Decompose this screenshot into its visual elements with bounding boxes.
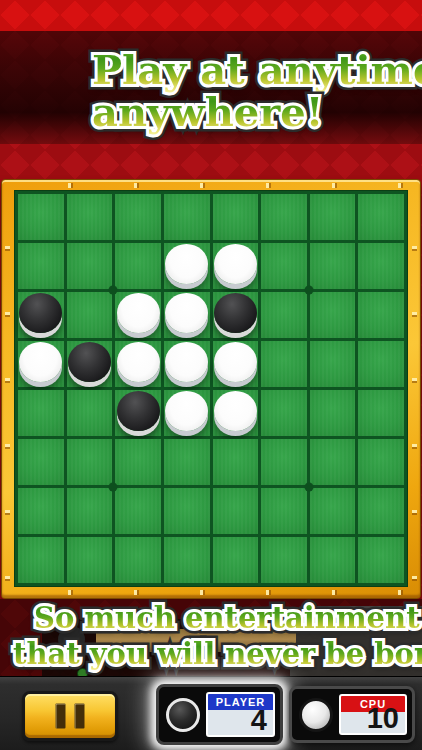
cell-d6[interactable]: [164, 439, 210, 485]
cell-h6[interactable]: [358, 439, 404, 485]
cell-d7[interactable]: [164, 488, 210, 534]
cell-a7[interactable]: [18, 488, 64, 534]
cell-c4[interactable]: [115, 341, 161, 387]
star-point: [109, 285, 118, 294]
board-inner: [14, 190, 408, 587]
board-grid: [15, 191, 407, 586]
cell-b7[interactable]: [67, 488, 113, 534]
cell-g1[interactable]: [310, 194, 356, 240]
cell-b2[interactable]: [67, 243, 113, 289]
cell-c1[interactable]: [115, 194, 161, 240]
white-disc: [165, 391, 208, 431]
promo-line1: So much entertainment So much entertainm…: [34, 601, 420, 635]
cell-c8[interactable]: [115, 537, 161, 583]
cell-g2[interactable]: [310, 243, 356, 289]
pause-button[interactable]: [22, 691, 118, 741]
cell-e6[interactable]: [213, 439, 259, 485]
star-point: [109, 483, 118, 492]
cell-h2[interactable]: [358, 243, 404, 289]
hud-bar: PLAYER 4 CPU 10: [0, 676, 422, 750]
player-score-panel: PLAYER 4: [156, 684, 283, 745]
cell-b6[interactable]: [67, 439, 113, 485]
cell-h8[interactable]: [358, 537, 404, 583]
cell-h5[interactable]: [358, 390, 404, 436]
cpu-value-box: CPU 10: [339, 694, 407, 735]
cell-d8[interactable]: [164, 537, 210, 583]
cell-d4[interactable]: [164, 341, 210, 387]
cell-d5[interactable]: [164, 390, 210, 436]
tagline-line1: Play at anytime Play at anytime Play at …: [92, 46, 422, 93]
black-disc: [214, 293, 257, 333]
cell-f4[interactable]: [261, 341, 307, 387]
top-red-band: [0, 0, 422, 31]
cell-g3[interactable]: [310, 292, 356, 338]
cell-e2[interactable]: [213, 243, 259, 289]
cell-f5[interactable]: [261, 390, 307, 436]
white-disc: [214, 342, 257, 382]
cell-a6[interactable]: [18, 439, 64, 485]
star-point: [305, 483, 314, 492]
cell-d2[interactable]: [164, 243, 210, 289]
cell-f1[interactable]: [261, 194, 307, 240]
black-disc: [19, 293, 62, 333]
black-disc-icon: [166, 698, 200, 732]
cell-b3[interactable]: [67, 292, 113, 338]
cell-c6[interactable]: [115, 439, 161, 485]
promo-line2: that you will never be bored! that you w…: [13, 637, 422, 671]
cell-c3[interactable]: [115, 292, 161, 338]
cell-c7[interactable]: [115, 488, 161, 534]
cell-b5[interactable]: [67, 390, 113, 436]
white-disc: [165, 244, 208, 284]
cell-c2[interactable]: [115, 243, 161, 289]
white-disc: [165, 293, 208, 333]
cell-e4[interactable]: [213, 341, 259, 387]
pause-icon: [56, 704, 85, 729]
cell-f2[interactable]: [261, 243, 307, 289]
cell-a1[interactable]: [18, 194, 64, 240]
cell-h3[interactable]: [358, 292, 404, 338]
player-score: 4: [251, 704, 267, 737]
white-disc: [214, 391, 257, 431]
cell-f8[interactable]: [261, 537, 307, 583]
cell-e7[interactable]: [213, 488, 259, 534]
cell-d3[interactable]: [164, 292, 210, 338]
cell-f3[interactable]: [261, 292, 307, 338]
cell-a3[interactable]: [18, 292, 64, 338]
tagline-line2: anywhere! anywhere! anywhere!: [92, 88, 323, 135]
cell-e5[interactable]: [213, 390, 259, 436]
cpu-score-panel: CPU 10: [289, 686, 415, 743]
cell-d1[interactable]: [164, 194, 210, 240]
frame-pegs-bottom: [16, 590, 406, 595]
frame-pegs-left: [5, 194, 10, 584]
white-disc: [19, 342, 62, 382]
cell-g7[interactable]: [310, 488, 356, 534]
cell-g6[interactable]: [310, 439, 356, 485]
othello-board: [1, 179, 421, 599]
player-value-box: PLAYER 4: [206, 692, 275, 737]
cell-e8[interactable]: [213, 537, 259, 583]
frame-pegs-top: [16, 183, 406, 188]
cell-b8[interactable]: [67, 537, 113, 583]
cell-e3[interactable]: [213, 292, 259, 338]
frame-pegs-right: [412, 194, 417, 584]
cell-h7[interactable]: [358, 488, 404, 534]
white-disc: [165, 342, 208, 382]
white-disc: [117, 342, 160, 382]
cell-b1[interactable]: [67, 194, 113, 240]
white-disc: [117, 293, 160, 333]
white-disc: [214, 244, 257, 284]
app-screen: Play at anytime Play at anytime Play at …: [0, 0, 422, 750]
cell-g4[interactable]: [310, 341, 356, 387]
cell-a8[interactable]: [18, 537, 64, 583]
cell-a5[interactable]: [18, 390, 64, 436]
cell-c5[interactable]: [115, 390, 161, 436]
cell-h1[interactable]: [358, 194, 404, 240]
black-disc: [117, 391, 160, 431]
cell-f6[interactable]: [261, 439, 307, 485]
cell-h4[interactable]: [358, 341, 404, 387]
cell-f7[interactable]: [261, 488, 307, 534]
cell-e1[interactable]: [213, 194, 259, 240]
cell-a2[interactable]: [18, 243, 64, 289]
cell-g5[interactable]: [310, 390, 356, 436]
cell-b4[interactable]: [67, 341, 113, 387]
black-disc: [68, 342, 111, 382]
white-disc-icon: [299, 698, 333, 732]
cell-a4[interactable]: [18, 341, 64, 387]
cell-g8[interactable]: [310, 537, 356, 583]
star-point: [305, 285, 314, 294]
cpu-score: 10: [367, 702, 399, 735]
